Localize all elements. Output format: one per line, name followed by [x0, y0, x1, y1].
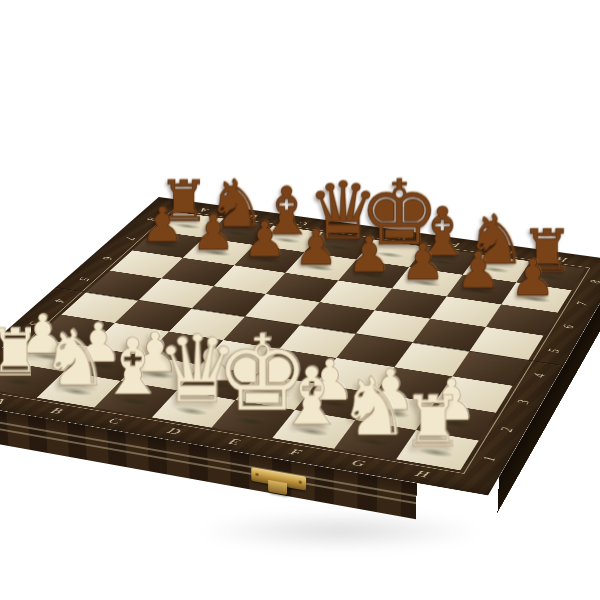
- piece-glyph: ♝: [275, 357, 340, 437]
- piece-glyph: ♞: [337, 366, 403, 447]
- piece-glyph: ♞: [40, 319, 103, 396]
- piece-glyph: ♜: [0, 321, 46, 387]
- piece-glyph: ♚: [215, 321, 280, 426]
- folding-chess-board: AABBCCDDEEFFGGHH1122334455667788 ♜♞♝♛♚♝♞…: [0, 197, 600, 496]
- chess-scene: AABBCCDDEEFFGGHH1122334455667788 ♜♞♝♛♚♝♞…: [0, 0, 600, 600]
- piece-glyph: ♛: [156, 322, 220, 416]
- product-photo-stage: AABBCCDDEEFFGGHH1122334455667788 ♜♞♝♛♚♝♞…: [0, 0, 600, 600]
- latch-tongue: [268, 480, 287, 495]
- piece-glyph: ♜: [400, 388, 466, 458]
- latch-screw: [299, 480, 302, 484]
- piece-glyph: ♝: [97, 328, 160, 406]
- latch-screw: [255, 473, 258, 477]
